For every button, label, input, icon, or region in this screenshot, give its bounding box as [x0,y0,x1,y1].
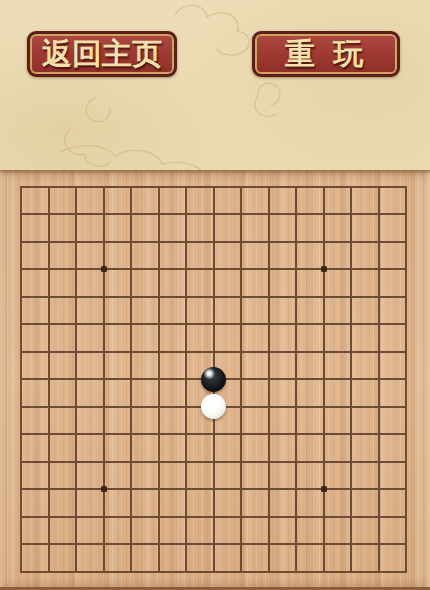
board-cell[interactable] [21,379,49,407]
board-cell[interactable] [131,297,159,325]
board-cell[interactable] [186,214,214,242]
board-cell[interactable] [76,434,104,462]
board-cell[interactable] [379,242,407,270]
board-cell[interactable] [186,462,214,490]
board-cell[interactable] [21,462,49,490]
board-cell[interactable] [76,544,104,572]
board-cell[interactable] [324,214,352,242]
board-cell[interactable] [21,517,49,545]
board-cell[interactable] [324,242,352,270]
star-point [321,266,327,272]
board-cell[interactable] [379,297,407,325]
board-cell[interactable] [241,434,269,462]
board-cell[interactable] [269,489,297,517]
board-cell[interactable] [379,379,407,407]
board-cell[interactable] [104,544,132,572]
board-cell[interactable] [269,324,297,352]
board-cell[interactable] [21,297,49,325]
board-cell[interactable] [159,214,187,242]
board-cell[interactable] [76,269,104,297]
board-cell[interactable] [379,187,407,215]
board-cell[interactable] [104,297,132,325]
board-cell[interactable] [131,489,159,517]
board-cell[interactable] [351,517,379,545]
board-cell[interactable] [351,407,379,435]
board-cell[interactable] [241,517,269,545]
board-cell[interactable] [351,214,379,242]
board-cell[interactable] [351,434,379,462]
board-cell[interactable] [131,434,159,462]
board-cell[interactable] [49,489,77,517]
board-cell[interactable] [104,434,132,462]
board-cell[interactable] [76,214,104,242]
board-cell[interactable] [296,379,324,407]
board-cell[interactable] [324,352,352,380]
board-cell[interactable] [324,489,352,517]
board-cell[interactable] [324,407,352,435]
board-cell[interactable] [159,462,187,490]
board-cell[interactable] [131,544,159,572]
board-cell[interactable] [379,489,407,517]
board-cell[interactable] [269,379,297,407]
white-stone [201,394,226,419]
board-cell[interactable] [379,214,407,242]
board-cell[interactable] [324,187,352,215]
star-point [101,486,107,492]
board-cell[interactable] [269,517,297,545]
board-cell[interactable] [351,379,379,407]
board-cell[interactable] [324,517,352,545]
board-cell[interactable] [104,242,132,270]
board-cell[interactable] [214,242,242,270]
replay-button[interactable]: 重 玩 [252,31,400,77]
board-cell[interactable] [49,187,77,215]
board-cell[interactable] [21,434,49,462]
board-cell[interactable] [131,517,159,545]
board-cell[interactable] [49,352,77,380]
game-screen: 返回主页 重 玩 [0,0,430,590]
board-cell[interactable] [269,297,297,325]
top-bar: 返回主页 重 玩 [0,0,430,110]
board-cell[interactable] [104,462,132,490]
board-cell[interactable] [214,214,242,242]
board-cell[interactable] [269,352,297,380]
star-point [101,266,107,272]
board-cell[interactable] [76,407,104,435]
board-cell[interactable] [186,297,214,325]
board-cell[interactable] [379,517,407,545]
board-cell[interactable] [159,352,187,380]
board-cell[interactable] [186,242,214,270]
board-cell[interactable] [104,379,132,407]
board-cell[interactable] [49,324,77,352]
board-cell[interactable] [186,489,214,517]
board-cell[interactable] [241,544,269,572]
board-cell[interactable] [159,434,187,462]
board-cell[interactable] [186,544,214,572]
board-cell[interactable] [159,187,187,215]
board-cell[interactable] [104,407,132,435]
board-cell[interactable] [296,517,324,545]
board-cell[interactable] [269,544,297,572]
board-cell[interactable] [351,352,379,380]
board-cell[interactable] [49,269,77,297]
board-cell[interactable] [296,297,324,325]
board-cell[interactable] [214,269,242,297]
board-cell[interactable] [379,434,407,462]
board-cell[interactable] [104,352,132,380]
board-cell[interactable] [49,434,77,462]
board-cell[interactable] [76,517,104,545]
board-cell[interactable] [351,544,379,572]
board-cell[interactable] [241,489,269,517]
board-cell[interactable] [159,489,187,517]
board-cell[interactable] [241,297,269,325]
board-cell[interactable] [214,462,242,490]
board-cell[interactable] [324,462,352,490]
board-cell[interactable] [76,324,104,352]
board-cell[interactable] [351,187,379,215]
board-cell[interactable] [186,187,214,215]
black-stone [201,367,226,392]
board-cell[interactable] [241,407,269,435]
board-cell[interactable] [131,269,159,297]
board-cell[interactable] [296,407,324,435]
board-cell[interactable] [21,324,49,352]
board-cell[interactable] [379,462,407,490]
board-cell[interactable] [241,269,269,297]
board-cell[interactable] [131,324,159,352]
board-cell[interactable] [49,214,77,242]
board-cell[interactable] [214,544,242,572]
board-cell[interactable] [214,187,242,215]
board-cell[interactable] [76,187,104,215]
board-cell[interactable] [186,324,214,352]
board-cell[interactable] [186,434,214,462]
board-cell[interactable] [296,242,324,270]
board-cell[interactable] [104,517,132,545]
board-cell[interactable] [351,297,379,325]
board-cell[interactable] [131,407,159,435]
board-cell[interactable] [379,269,407,297]
board-cell[interactable] [351,242,379,270]
board-cell[interactable] [269,434,297,462]
board-cell[interactable] [379,324,407,352]
board-cell[interactable] [159,269,187,297]
board-cell[interactable] [21,544,49,572]
board-cell[interactable] [351,269,379,297]
board-cell[interactable] [241,379,269,407]
board-cell[interactable] [131,187,159,215]
board-cell[interactable] [214,434,242,462]
board-cell[interactable] [49,544,77,572]
board-cell[interactable] [21,214,49,242]
board-cell[interactable] [49,407,77,435]
board-cell[interactable] [104,187,132,215]
board-cell[interactable] [49,242,77,270]
board-cell[interactable] [296,462,324,490]
board-cell[interactable] [296,544,324,572]
board-cell[interactable] [49,379,77,407]
board-cell[interactable] [324,544,352,572]
board-cell[interactable] [76,489,104,517]
board-cell[interactable] [296,214,324,242]
board-cell[interactable] [241,214,269,242]
board-cell[interactable] [269,242,297,270]
board-cell[interactable] [241,242,269,270]
board-cell[interactable] [49,297,77,325]
board-cell[interactable] [379,407,407,435]
board-cell[interactable] [324,269,352,297]
board-cell[interactable] [241,324,269,352]
board-cell[interactable] [131,462,159,490]
board-cell[interactable] [159,242,187,270]
board-cell[interactable] [159,407,187,435]
board-cell[interactable] [241,187,269,215]
gomoku-board[interactable] [0,170,430,590]
board-cell[interactable] [324,434,352,462]
board-cell[interactable] [131,242,159,270]
board-cell[interactable] [76,242,104,270]
board-cell[interactable] [104,214,132,242]
board-cell[interactable] [104,269,132,297]
board-cell[interactable] [214,517,242,545]
back-home-button[interactable]: 返回主页 [27,31,177,77]
board-cell[interactable] [21,352,49,380]
board-cell[interactable] [131,379,159,407]
board-cell[interactable] [214,324,242,352]
board-cell[interactable] [131,352,159,380]
board-cell[interactable] [324,297,352,325]
board-cell[interactable] [296,269,324,297]
board-cell[interactable] [104,324,132,352]
board-cell[interactable] [21,242,49,270]
board-cell[interactable] [186,269,214,297]
board-cell[interactable] [296,352,324,380]
board-cell[interactable] [241,462,269,490]
board-cell[interactable] [241,352,269,380]
board-cell[interactable] [351,489,379,517]
board-cell[interactable] [76,352,104,380]
board-cell[interactable] [159,544,187,572]
board-cell[interactable] [351,324,379,352]
board-cell[interactable] [269,187,297,215]
board-cell[interactable] [21,489,49,517]
board-cell[interactable] [379,352,407,380]
board-cell[interactable] [76,379,104,407]
board-cell[interactable] [49,517,77,545]
board-cell[interactable] [159,297,187,325]
board-cell[interactable] [324,379,352,407]
board-cell[interactable] [21,407,49,435]
board-cell[interactable] [186,517,214,545]
board-cell[interactable] [159,517,187,545]
board-cell[interactable] [21,187,49,215]
board-cell[interactable] [269,462,297,490]
board-cell[interactable] [296,489,324,517]
board-cell[interactable] [269,269,297,297]
board-cell[interactable] [104,489,132,517]
board-cell[interactable] [351,462,379,490]
board-cell[interactable] [159,379,187,407]
board-cell[interactable] [379,544,407,572]
board-cell[interactable] [324,324,352,352]
board-cell[interactable] [296,324,324,352]
star-point [321,486,327,492]
board-cell[interactable] [159,324,187,352]
board-cell[interactable] [131,214,159,242]
board-cell[interactable] [296,434,324,462]
board-cell[interactable] [21,269,49,297]
board-cell[interactable] [269,407,297,435]
board-cell[interactable] [49,462,77,490]
board-cell[interactable] [269,214,297,242]
board-cell[interactable] [76,462,104,490]
board-cell[interactable] [214,297,242,325]
board-cell[interactable] [296,187,324,215]
board-cell[interactable] [76,297,104,325]
board-cell[interactable] [214,489,242,517]
